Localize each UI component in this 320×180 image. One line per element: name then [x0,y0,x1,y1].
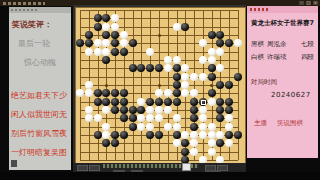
poem-line: 别后竹窗风雪夜 [11,128,71,139]
white-stone [164,89,172,97]
white-stone [111,14,119,22]
white-stone [199,114,207,122]
white-stone [85,81,93,89]
black-stone [120,48,128,56]
black-stone [173,73,181,81]
black-stone [146,98,154,106]
black-stone [208,73,216,81]
white-stone [225,114,233,122]
black-stone [225,39,233,47]
black-stone [120,89,128,97]
white-stone [208,56,216,64]
board-window [73,5,246,172]
commentary-panel-header[interactable] [9,7,71,13]
white-stone [164,64,172,72]
minimize-icon[interactable]: – [299,1,304,5]
white-stone [85,89,93,97]
white-stone [76,89,84,97]
black-stone [146,64,154,72]
commentary-panel-header-text [11,9,37,11]
star-point [210,84,213,87]
black-stone [111,89,119,97]
white-stone [190,131,198,139]
black-stone [85,31,93,39]
white-stone [208,98,216,106]
black-stone [225,98,233,106]
black-stone [190,114,198,122]
black-stone [111,106,119,114]
close-icon[interactable]: × [313,1,318,5]
black-stone [173,131,181,139]
game-info-panel-header-text [250,8,268,11]
black-stone [164,98,172,106]
white-stone [102,131,110,139]
white-stone [102,23,110,31]
black-stone [94,14,102,22]
white-stone [181,89,189,97]
go-board[interactable] [75,7,246,165]
host-row: 主播 笑说围棋 [247,119,318,128]
black-stone [216,81,224,89]
white-stone [208,123,216,131]
white-stone [181,73,189,81]
black-stone [234,73,242,81]
black-stone [146,131,154,139]
white-stone [234,39,242,47]
white-stone [173,114,181,122]
black-stone [208,89,216,97]
app-title-text [3,2,45,5]
white-stone [102,106,110,114]
black-stone [234,131,242,139]
toolbar-button-start[interactable] [77,165,88,171]
white-stone [190,89,198,97]
black-stone [76,39,84,47]
black-stone [129,114,137,122]
black-stone [111,48,119,56]
panel-resize-handle[interactable] [11,160,17,167]
black-stone [102,139,110,147]
white-stone [190,148,198,156]
white-stone [85,106,93,114]
black-stone [225,81,233,89]
white-stone [137,98,145,106]
black-stone [208,31,216,39]
commentary-title: 笑说笑评： [12,19,71,30]
black-stone [173,89,181,97]
black-stone [190,123,198,131]
white-stone [181,131,189,139]
white-stone [173,23,181,31]
black-stone [208,64,216,72]
star-point [105,84,108,87]
black-stone [111,98,119,106]
black-stone [216,114,224,122]
white-label: 白棋 [251,53,264,62]
black-stone [120,106,128,114]
board-toolbar [73,163,246,172]
black-stone [181,139,189,147]
black-stone [199,98,207,106]
white-stone [216,131,224,139]
black-stone [216,31,224,39]
slider-thumb[interactable] [182,163,191,171]
white-stone [208,148,216,156]
white-stone [137,114,145,122]
white-stone [120,39,128,47]
white-stone [94,114,102,122]
white-stone [111,23,119,31]
poem-line: 闲人似我世间无 [11,109,71,120]
white-stone [173,56,181,64]
white-stone [164,123,172,131]
white-stone [146,114,154,122]
black-stone [129,64,137,72]
window-controls: – □ × [299,1,318,5]
game-time-label: 对局时间 [251,78,318,87]
white-stone [85,48,93,56]
white-stone [208,131,216,139]
white-stone [164,56,172,64]
black-stone [190,98,198,106]
white-stone [216,48,224,56]
black-stone [129,39,137,47]
star-point [158,34,161,37]
black-player-name: 周泓余 [267,40,287,49]
white-stone [199,56,207,64]
poem-line: 一灯明暗复吴图 [11,147,71,158]
white-stone [208,139,216,147]
commentary-panel: 笑说笑评： 最后一轮 惊心动魄 绝艺如君天下少 闲人似我世间无 别后竹窗风雪夜 … [9,7,71,170]
maximize-icon[interactable]: □ [306,1,311,5]
white-stone [190,139,198,147]
poem: 绝艺如君天下少 闲人似我世间无 别后竹窗风雪夜 一灯明暗复吴图 [9,90,71,158]
black-stone [190,106,198,114]
white-stone [120,31,128,39]
white-stone [173,139,181,147]
host-name: 笑说围棋 [277,119,303,128]
black-stone [120,114,128,122]
host-label: 主播 [254,119,267,128]
black-stone [216,98,224,106]
black-stone [181,148,189,156]
white-stone [146,106,154,114]
black-stone [120,98,128,106]
black-stone [216,139,224,147]
black-stone [173,64,181,72]
move-slider[interactable] [103,164,199,168]
white-stone [173,123,181,131]
white-stone [146,48,154,56]
black-stone [102,89,110,97]
last-move-marker [201,100,206,105]
white-stone [155,114,163,122]
black-stone [155,98,163,106]
white-player-name: 许瑞玹 [267,53,287,62]
black-stone [216,39,224,47]
white-stone [225,123,233,131]
black-stone [129,106,137,114]
white-stone [155,106,163,114]
event-title: 黄龙士杯女子世界赛7 [247,19,318,28]
white-stone [94,48,102,56]
white-stone [208,48,216,56]
white-stone [199,73,207,81]
black-stone [111,139,119,147]
game-date: 20240627 [247,91,318,99]
black-label: 黑棋 [251,40,264,49]
white-stone [190,73,198,81]
black-stone [85,39,93,47]
white-stone [199,39,207,47]
black-stone [120,131,128,139]
black-stone [181,23,189,31]
black-stone [102,98,110,106]
black-stone [129,123,137,131]
white-player-rank: 四段 [301,53,314,62]
white-stone [225,139,233,147]
white-player-row: 白棋 许瑞玹 四段 [247,51,318,64]
board-grid [80,10,238,160]
black-stone [173,81,181,89]
commentary-subtitle-2: 惊心动魄 [24,57,71,68]
black-stone [225,131,233,139]
black-stone [111,39,119,47]
white-stone [137,123,145,131]
white-stone [155,89,163,97]
black-stone [111,131,119,139]
black-stone [155,131,163,139]
star-point [158,84,161,87]
white-stone [102,39,110,47]
white-stone [102,48,110,56]
black-stone [94,23,102,31]
black-stone [94,98,102,106]
black-stone [102,31,110,39]
white-stone [146,123,154,131]
black-stone [137,64,145,72]
white-stone [102,123,110,131]
white-stone [164,106,172,114]
black-stone [111,31,119,39]
white-stone [216,64,224,72]
game-info-panel-header[interactable] [247,6,318,13]
black-stone [102,56,110,64]
white-stone [85,114,93,122]
game-info-panel: 黄龙士杯女子世界赛7 黑棋 周泓余 七段 白棋 许瑞玹 四段 对局时间 2024… [247,6,318,158]
black-stone [137,106,145,114]
letterbox-strip [0,172,320,180]
black-stone [102,14,110,22]
black-stone [155,64,163,72]
white-stone [199,131,207,139]
black-player-row: 黑棋 周泓余 七段 [247,38,318,51]
white-stone [199,106,207,114]
commentary-subtitle-1: 最后一轮 [18,38,71,49]
black-stone [94,89,102,97]
black-stone [225,106,233,114]
black-stone [216,106,224,114]
white-stone [94,39,102,47]
white-stone [181,64,189,72]
toolbar-button-back[interactable] [89,165,100,171]
black-stone [173,98,181,106]
black-player-rank: 七段 [301,40,314,49]
black-stone [94,131,102,139]
poem-line: 绝艺如君天下少 [11,90,71,101]
screen: – □ × 笑说笑评： 最后一轮 惊心动魄 绝艺如君天下少 闲人似我世间无 别后… [0,0,320,180]
white-stone [181,81,189,89]
white-stone [199,123,207,131]
